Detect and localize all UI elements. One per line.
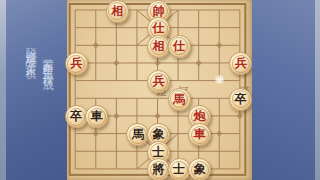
xiangqi-board[interactable]: 楚河 漢界 相帥仕相仕兵兵兵馬炮車卒卒車馬象士將士象: [67, 0, 252, 180]
piece-black-pawn[interactable]: 卒: [229, 88, 252, 111]
left-caption-line2: 蒙面棋王孙棋成: [39, 49, 54, 74]
piece-red-elephant[interactable]: 相: [147, 35, 170, 58]
piece-black-pawn[interactable]: 卒: [65, 105, 88, 128]
app-window: 脱谱乱战下象棋 蒙面棋王孙棋成 楚河 漢界 相帥仕相仕兵兵兵馬炮車卒卒車馬象士將…: [0, 0, 320, 180]
piece-black-elephant[interactable]: 象: [188, 158, 211, 180]
right-sidebar: 棋道 棋法阴阳 道为经纬: [252, 0, 320, 180]
highlight-dot: [215, 75, 224, 84]
piece-black-king[interactable]: 將: [147, 158, 170, 180]
left-sidebar: 脱谱乱战下象棋 蒙面棋王孙棋成: [0, 0, 67, 180]
piece-red-pawn[interactable]: 兵: [147, 70, 170, 93]
piece-red-horse[interactable]: 馬: [168, 88, 191, 111]
left-caption-line1: 脱谱乱战下象棋: [22, 38, 37, 63]
piece-black-advisor[interactable]: 士: [168, 158, 191, 180]
piece-red-advisor[interactable]: 仕: [168, 35, 191, 58]
piece-red-elephant[interactable]: 相: [106, 0, 129, 23]
